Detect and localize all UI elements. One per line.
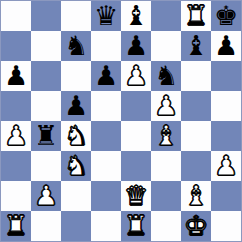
square-d2[interactable] bbox=[91, 181, 121, 211]
square-h8[interactable]: ♚ bbox=[211, 1, 241, 31]
square-b7[interactable] bbox=[31, 31, 61, 61]
square-b5[interactable] bbox=[31, 91, 61, 121]
square-c3[interactable]: ♞ bbox=[61, 151, 91, 181]
piece-white-pawn: ♟︎ bbox=[34, 181, 58, 211]
square-f5[interactable]: ♟︎ bbox=[151, 91, 181, 121]
square-c1[interactable] bbox=[61, 211, 91, 241]
piece-white-pawn: ♟︎ bbox=[154, 91, 178, 121]
square-e2[interactable]: ♛ bbox=[121, 181, 151, 211]
square-f4[interactable]: ♝ bbox=[151, 121, 181, 151]
square-d1[interactable] bbox=[91, 211, 121, 241]
square-e4[interactable] bbox=[121, 121, 151, 151]
piece-white-rook: ♜ bbox=[4, 211, 28, 241]
square-f8[interactable] bbox=[151, 1, 181, 31]
square-f6[interactable]: ♞ bbox=[151, 61, 181, 91]
square-g6[interactable] bbox=[181, 61, 211, 91]
piece-white-bishop: ♝ bbox=[184, 181, 208, 211]
square-c7[interactable]: ♞ bbox=[61, 31, 91, 61]
square-c6[interactable] bbox=[61, 61, 91, 91]
square-d8[interactable]: ♛ bbox=[91, 1, 121, 31]
chess-board: ♛♝♜♚♞♟︎♝♟︎♟︎♟︎♟︎♞♟︎♟︎♟︎♜♞♝♞♟︎♟︎♛♝♜♜♚ bbox=[0, 0, 242, 242]
piece-black-pawn: ♟︎ bbox=[64, 91, 88, 121]
square-h6[interactable] bbox=[211, 61, 241, 91]
piece-black-knight: ♞ bbox=[64, 31, 88, 61]
square-c8[interactable] bbox=[61, 1, 91, 31]
square-h1[interactable] bbox=[211, 211, 241, 241]
piece-white-queen: ♛ bbox=[124, 181, 148, 211]
piece-white-pawn: ♟︎ bbox=[214, 151, 238, 181]
piece-white-knight: ♞ bbox=[64, 121, 88, 151]
piece-black-knight: ♞ bbox=[154, 61, 178, 91]
square-f1[interactable] bbox=[151, 211, 181, 241]
piece-white-rook: ♜ bbox=[124, 211, 148, 241]
square-d4[interactable] bbox=[91, 121, 121, 151]
square-h5[interactable] bbox=[211, 91, 241, 121]
square-h4[interactable] bbox=[211, 121, 241, 151]
square-h2[interactable] bbox=[211, 181, 241, 211]
piece-black-pawn: ♟︎ bbox=[124, 31, 148, 61]
square-g7[interactable]: ♝ bbox=[181, 31, 211, 61]
square-c4[interactable]: ♞ bbox=[61, 121, 91, 151]
square-d5[interactable] bbox=[91, 91, 121, 121]
square-g2[interactable]: ♝ bbox=[181, 181, 211, 211]
piece-black-rook: ♜ bbox=[34, 121, 58, 151]
square-e7[interactable]: ♟︎ bbox=[121, 31, 151, 61]
piece-white-king: ♚ bbox=[184, 211, 208, 241]
piece-black-pawn: ♟︎ bbox=[94, 61, 118, 91]
square-e6[interactable]: ♟︎ bbox=[121, 61, 151, 91]
square-a5[interactable] bbox=[1, 91, 31, 121]
square-d6[interactable]: ♟︎ bbox=[91, 61, 121, 91]
square-b8[interactable] bbox=[31, 1, 61, 31]
square-b6[interactable] bbox=[31, 61, 61, 91]
square-f2[interactable] bbox=[151, 181, 181, 211]
square-a7[interactable] bbox=[1, 31, 31, 61]
piece-white-knight: ♞ bbox=[64, 151, 88, 181]
square-g4[interactable] bbox=[181, 121, 211, 151]
square-a3[interactable] bbox=[1, 151, 31, 181]
piece-black-pawn: ♟︎ bbox=[4, 61, 28, 91]
square-h7[interactable]: ♟︎ bbox=[211, 31, 241, 61]
square-g1[interactable]: ♚ bbox=[181, 211, 211, 241]
square-e1[interactable]: ♜ bbox=[121, 211, 151, 241]
piece-black-pawn: ♟︎ bbox=[214, 31, 238, 61]
square-b2[interactable]: ♟︎ bbox=[31, 181, 61, 211]
square-d7[interactable] bbox=[91, 31, 121, 61]
piece-white-pawn: ♟︎ bbox=[4, 121, 28, 151]
piece-black-king: ♚ bbox=[214, 1, 238, 31]
square-f7[interactable] bbox=[151, 31, 181, 61]
square-b4[interactable]: ♜ bbox=[31, 121, 61, 151]
square-e5[interactable] bbox=[121, 91, 151, 121]
square-g8[interactable]: ♜ bbox=[181, 1, 211, 31]
square-e8[interactable]: ♝ bbox=[121, 1, 151, 31]
piece-white-rook: ♜ bbox=[184, 1, 208, 31]
square-b3[interactable] bbox=[31, 151, 61, 181]
square-c2[interactable] bbox=[61, 181, 91, 211]
square-g5[interactable] bbox=[181, 91, 211, 121]
square-c5[interactable]: ♟︎ bbox=[61, 91, 91, 121]
square-f3[interactable] bbox=[151, 151, 181, 181]
piece-white-bishop: ♝ bbox=[154, 121, 178, 151]
square-d3[interactable] bbox=[91, 151, 121, 181]
square-e3[interactable] bbox=[121, 151, 151, 181]
square-b1[interactable] bbox=[31, 211, 61, 241]
square-a1[interactable]: ♜ bbox=[1, 211, 31, 241]
square-a4[interactable]: ♟︎ bbox=[1, 121, 31, 151]
square-g3[interactable] bbox=[181, 151, 211, 181]
piece-black-queen: ♛ bbox=[94, 1, 118, 31]
piece-black-bishop: ♝ bbox=[184, 31, 208, 61]
square-h3[interactable]: ♟︎ bbox=[211, 151, 241, 181]
square-a2[interactable] bbox=[1, 181, 31, 211]
square-a8[interactable] bbox=[1, 1, 31, 31]
piece-white-pawn: ♟︎ bbox=[124, 61, 148, 91]
square-a6[interactable]: ♟︎ bbox=[1, 61, 31, 91]
piece-black-bishop: ♝ bbox=[124, 1, 148, 31]
